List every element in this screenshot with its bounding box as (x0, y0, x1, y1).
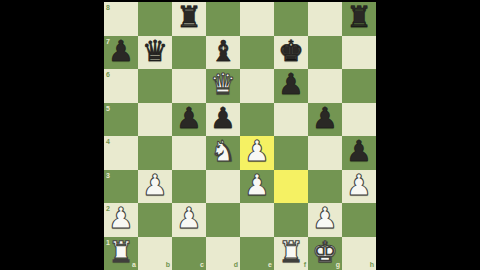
square-e2[interactable] (240, 203, 274, 237)
square-d6[interactable]: ♛ (206, 69, 240, 103)
square-a6[interactable]: 6 (104, 69, 138, 103)
square-g1[interactable]: g♚ (308, 237, 342, 270)
square-c2[interactable]: ♟ (172, 203, 206, 237)
square-g8[interactable] (308, 2, 342, 36)
piece-black-rook-h8[interactable]: ♜ (346, 3, 372, 32)
square-e5[interactable] (240, 103, 274, 137)
square-e1[interactable]: e (240, 237, 274, 270)
chess-board: 8♜♜7♟♛♝♚6♛♟5♟♟♟4♞♟♟3♟♟♟2♟♟♟1a♜bcdef♜g♚h (104, 2, 376, 270)
square-f1[interactable]: f♜ (274, 237, 308, 270)
square-d7[interactable]: ♝ (206, 36, 240, 70)
square-c4[interactable] (172, 136, 206, 170)
file-label-d: d (234, 261, 238, 268)
square-g3[interactable] (308, 170, 342, 204)
square-d1[interactable]: d (206, 237, 240, 270)
rank-label-4: 4 (106, 138, 110, 145)
square-c1[interactable]: c (172, 237, 206, 270)
square-b2[interactable] (138, 203, 172, 237)
square-h5[interactable] (342, 103, 376, 137)
square-h1[interactable]: h (342, 237, 376, 270)
square-e7[interactable] (240, 36, 274, 70)
square-d5[interactable]: ♟ (206, 103, 240, 137)
file-label-c: c (200, 261, 204, 268)
square-c5[interactable]: ♟ (172, 103, 206, 137)
square-g7[interactable] (308, 36, 342, 70)
square-g6[interactable] (308, 69, 342, 103)
piece-black-queen-b7[interactable]: ♛ (142, 37, 168, 66)
piece-white-pawn-c2[interactable]: ♟ (176, 204, 202, 233)
piece-black-pawn-h4[interactable]: ♟ (346, 137, 372, 166)
square-f5[interactable] (274, 103, 308, 137)
square-a2[interactable]: 2♟ (104, 203, 138, 237)
square-e6[interactable] (240, 69, 274, 103)
square-d4[interactable]: ♞ (206, 136, 240, 170)
square-g2[interactable]: ♟ (308, 203, 342, 237)
square-f3[interactable] (274, 170, 308, 204)
square-h2[interactable] (342, 203, 376, 237)
piece-black-pawn-g5[interactable]: ♟ (312, 104, 338, 133)
piece-white-rook-a1[interactable]: ♜ (108, 238, 134, 267)
rank-label-5: 5 (106, 105, 110, 112)
piece-white-rook-f1[interactable]: ♜ (278, 238, 304, 267)
square-d3[interactable] (206, 170, 240, 204)
square-b8[interactable] (138, 2, 172, 36)
piece-black-bishop-d7[interactable]: ♝ (210, 37, 236, 66)
file-label-b: b (166, 261, 170, 268)
square-c8[interactable]: ♜ (172, 2, 206, 36)
square-b7[interactable]: ♛ (138, 36, 172, 70)
rank-label-6: 6 (106, 71, 110, 78)
square-c6[interactable] (172, 69, 206, 103)
square-h6[interactable] (342, 69, 376, 103)
square-b3[interactable]: ♟ (138, 170, 172, 204)
letterbox-background: 8♜♜7♟♛♝♚6♛♟5♟♟♟4♞♟♟3♟♟♟2♟♟♟1a♜bcdef♜g♚h (0, 0, 480, 270)
piece-black-pawn-a7[interactable]: ♟ (108, 37, 134, 66)
file-label-f: f (304, 261, 306, 268)
square-c7[interactable] (172, 36, 206, 70)
square-a3[interactable]: 3 (104, 170, 138, 204)
square-f4[interactable] (274, 136, 308, 170)
piece-black-pawn-c5[interactable]: ♟ (176, 104, 202, 133)
square-d2[interactable] (206, 203, 240, 237)
square-h3[interactable]: ♟ (342, 170, 376, 204)
file-label-e: e (268, 261, 272, 268)
square-b6[interactable] (138, 69, 172, 103)
square-f7[interactable]: ♚ (274, 36, 308, 70)
square-a4[interactable]: 4 (104, 136, 138, 170)
square-a5[interactable]: 5 (104, 103, 138, 137)
square-a7[interactable]: 7♟ (104, 36, 138, 70)
square-b5[interactable] (138, 103, 172, 137)
square-e4[interactable]: ♟ (240, 136, 274, 170)
square-g5[interactable]: ♟ (308, 103, 342, 137)
piece-white-pawn-h3[interactable]: ♟ (346, 171, 372, 200)
rank-label-8: 8 (106, 4, 110, 11)
square-h4[interactable]: ♟ (342, 136, 376, 170)
piece-white-pawn-e4[interactable]: ♟ (244, 137, 270, 166)
square-h7[interactable] (342, 36, 376, 70)
square-g4[interactable] (308, 136, 342, 170)
square-f8[interactable] (274, 2, 308, 36)
square-d8[interactable] (206, 2, 240, 36)
square-a8[interactable]: 8 (104, 2, 138, 36)
piece-white-pawn-e3[interactable]: ♟ (244, 171, 270, 200)
piece-white-king-g1[interactable]: ♚ (312, 238, 338, 267)
square-f2[interactable] (274, 203, 308, 237)
square-c3[interactable] (172, 170, 206, 204)
piece-black-pawn-d5[interactable]: ♟ (210, 104, 236, 133)
piece-white-knight-d4[interactable]: ♞ (210, 137, 236, 166)
piece-white-pawn-b3[interactable]: ♟ (142, 171, 168, 200)
piece-black-king-f7[interactable]: ♚ (278, 37, 304, 66)
square-a1[interactable]: 1a♜ (104, 237, 138, 270)
square-e8[interactable] (240, 2, 274, 36)
square-b1[interactable]: b (138, 237, 172, 270)
piece-black-pawn-f6[interactable]: ♟ (278, 70, 304, 99)
piece-black-rook-c8[interactable]: ♜ (176, 3, 202, 32)
square-h8[interactable]: ♜ (342, 2, 376, 36)
square-f6[interactable]: ♟ (274, 69, 308, 103)
piece-white-pawn-g2[interactable]: ♟ (312, 204, 338, 233)
square-b4[interactable] (138, 136, 172, 170)
rank-label-3: 3 (106, 172, 110, 179)
file-label-h: h (370, 261, 374, 268)
piece-white-pawn-a2[interactable]: ♟ (108, 204, 134, 233)
piece-white-queen-d6[interactable]: ♛ (210, 70, 236, 99)
square-e3[interactable]: ♟ (240, 170, 274, 204)
